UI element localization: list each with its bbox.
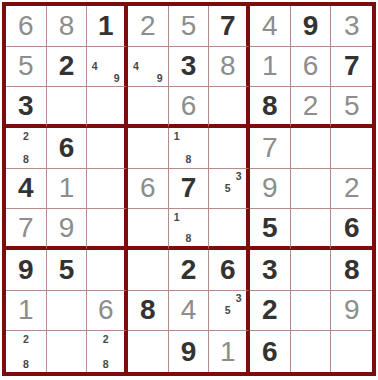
- given-digit: 9: [169, 331, 209, 372]
- cell-r1c5[interactable]: 5: [169, 6, 210, 47]
- cell-r8c3[interactable]: 6: [87, 291, 128, 332]
- cell-r5c7[interactable]: 9: [250, 169, 291, 210]
- cell-r9c7[interactable]: 6: [250, 331, 291, 372]
- cell-r3c2[interactable]: [47, 87, 88, 128]
- given-digit: 2: [169, 250, 209, 290]
- cell-r2c3[interactable]: 49: [87, 47, 128, 88]
- cell-r8c1[interactable]: 1: [6, 291, 47, 332]
- given-digit: 7: [169, 169, 209, 209]
- cell-r8c4[interactable]: 8: [128, 291, 169, 332]
- pencil-marks: 28: [8, 130, 44, 166]
- cell-r2c2[interactable]: 2: [47, 47, 88, 88]
- cell-r3c6[interactable]: [209, 87, 250, 128]
- pencil-mark: 2: [20, 130, 32, 142]
- entered-digit: 6: [169, 87, 209, 124]
- cell-r8c7[interactable]: 2: [250, 291, 291, 332]
- cell-r4c9[interactable]: [331, 128, 372, 169]
- pencil-mark: 5: [222, 183, 233, 195]
- cell-r2c1[interactable]: 5: [6, 47, 47, 88]
- cell-r4c3[interactable]: [87, 128, 128, 169]
- entered-digit: 9: [331, 291, 372, 331]
- entered-digit: 9: [250, 169, 290, 209]
- cell-r9c3[interactable]: 28: [87, 331, 128, 372]
- pencil-mark: 3: [233, 171, 244, 183]
- cell-r8c2[interactable]: [47, 291, 88, 332]
- entered-digit: 2: [128, 6, 168, 46]
- given-digit: 3: [169, 47, 209, 87]
- cell-r9c1[interactable]: 28: [6, 331, 47, 372]
- cell-r5c1[interactable]: 4: [6, 169, 47, 210]
- pencil-mark: 4: [89, 61, 100, 73]
- cell-r6c8[interactable]: [291, 209, 332, 250]
- cell-r7c9[interactable]: 8: [331, 250, 372, 291]
- given-digit: 9: [291, 6, 331, 46]
- entered-digit: 1: [47, 169, 87, 209]
- cell-r7c6[interactable]: 6: [209, 250, 250, 291]
- given-digit: 8: [128, 291, 168, 331]
- entered-digit: 7: [6, 209, 46, 246]
- cell-r2c7[interactable]: 1: [250, 47, 291, 88]
- entered-digit: 5: [6, 47, 46, 87]
- cell-r9c2[interactable]: [47, 331, 88, 372]
- cell-r1c7[interactable]: 4: [250, 6, 291, 47]
- cell-r7c4[interactable]: [128, 250, 169, 291]
- cell-r6c9[interactable]: 6: [331, 209, 372, 250]
- cell-r1c6[interactable]: 7: [209, 6, 250, 47]
- pencil-mark: 5: [222, 305, 233, 317]
- cell-r5c9[interactable]: 2: [331, 169, 372, 210]
- given-digit: 7: [209, 6, 246, 46]
- cell-r7c2[interactable]: 5: [47, 250, 88, 291]
- cell-r9c5[interactable]: 9: [169, 331, 210, 372]
- pencil-mark: 8: [20, 154, 32, 166]
- entered-digit: 9: [47, 209, 87, 246]
- cell-r3c3[interactable]: [87, 87, 128, 128]
- cell-r6c7[interactable]: 5: [250, 209, 291, 250]
- pencil-mark: 1: [171, 130, 183, 142]
- cell-r4c7[interactable]: 7: [250, 128, 291, 169]
- given-digit: 9: [6, 250, 46, 290]
- given-digit: 4: [6, 169, 46, 209]
- cell-r6c5[interactable]: 18: [169, 209, 210, 250]
- cell-r3c4[interactable]: [128, 87, 169, 128]
- cell-r5c4[interactable]: 6: [128, 169, 169, 210]
- cell-r5c8[interactable]: [291, 169, 332, 210]
- pencil-mark: 4: [130, 61, 142, 73]
- entered-digit: 4: [250, 6, 290, 46]
- cell-r1c3[interactable]: 1: [87, 6, 128, 47]
- pencil-marks: 28: [89, 333, 122, 370]
- cell-r1c9[interactable]: 3: [331, 6, 372, 47]
- pencil-marks: 49: [130, 49, 166, 85]
- pencil-marks: 18: [171, 130, 207, 166]
- cell-r2c9[interactable]: 7: [331, 47, 372, 88]
- entered-digit: 5: [331, 87, 372, 124]
- cell-r8c6[interactable]: 35: [209, 291, 250, 332]
- entered-digit: 7: [250, 128, 290, 168]
- cell-r3c1[interactable]: 3: [6, 87, 47, 128]
- entered-digit: 4: [169, 291, 209, 331]
- entered-digit: 1: [250, 47, 290, 87]
- cell-r3c7[interactable]: 8: [250, 87, 291, 128]
- cell-r1c1[interactable]: 6: [6, 6, 47, 47]
- entered-digit: 6: [128, 169, 168, 209]
- entered-digit: 1: [6, 291, 46, 331]
- cell-r4c6[interactable]: [209, 128, 250, 169]
- pencil-mark: 2: [20, 333, 32, 345]
- given-digit: 6: [250, 331, 290, 372]
- entered-digit: 6: [6, 6, 46, 46]
- cell-r3c5[interactable]: 6: [169, 87, 210, 128]
- cell-r9c6[interactable]: 1: [209, 331, 250, 372]
- pencil-marks: 35: [211, 293, 244, 329]
- given-digit: 5: [250, 209, 290, 246]
- cell-r8c5[interactable]: 4: [169, 291, 210, 332]
- cell-r7c5[interactable]: 2: [169, 250, 210, 291]
- cell-r6c6[interactable]: [209, 209, 250, 250]
- cell-r4c5[interactable]: 18: [169, 128, 210, 169]
- entered-digit: 5: [169, 6, 209, 46]
- cell-r2c5[interactable]: 3: [169, 47, 210, 88]
- cell-r2c8[interactable]: 6: [291, 47, 332, 88]
- cell-r6c2[interactable]: 9: [47, 209, 88, 250]
- cell-r4c1[interactable]: 28: [6, 128, 47, 169]
- cell-r7c8[interactable]: [291, 250, 332, 291]
- cell-r8c8[interactable]: [291, 291, 332, 332]
- cell-r5c5[interactable]: 7: [169, 169, 210, 210]
- entered-digit: 8: [209, 47, 246, 87]
- cell-r1c2[interactable]: 8: [47, 6, 88, 47]
- pencil-mark: 8: [20, 358, 32, 370]
- cell-r8c9[interactable]: 9: [331, 291, 372, 332]
- given-digit: 5: [47, 250, 87, 290]
- given-digit: 1: [87, 6, 124, 46]
- pencil-mark: 8: [183, 233, 195, 244]
- entered-digit: 1: [209, 331, 246, 372]
- cell-r2c4[interactable]: 49: [128, 47, 169, 88]
- cell-r4c4[interactable]: [128, 128, 169, 169]
- entered-digit: 2: [331, 169, 372, 209]
- given-digit: 3: [6, 87, 46, 124]
- given-digit: 6: [47, 128, 87, 168]
- cell-r6c3[interactable]: [87, 209, 128, 250]
- pencil-marks: 28: [8, 333, 44, 370]
- cell-r3c8[interactable]: 2: [291, 87, 332, 128]
- pencil-marks: 35: [211, 171, 244, 207]
- cell-r5c6[interactable]: 35: [209, 169, 250, 210]
- entered-digit: 2: [291, 87, 331, 124]
- given-digit: 2: [47, 47, 87, 87]
- given-digit: 6: [331, 209, 372, 246]
- pencil-marks: 49: [89, 49, 122, 85]
- cell-r1c4[interactable]: 2: [128, 6, 169, 47]
- cell-r6c1[interactable]: 7: [6, 209, 47, 250]
- cell-r2c6[interactable]: 8: [209, 47, 250, 88]
- cell-r7c3[interactable]: [87, 250, 128, 291]
- cell-r6c4[interactable]: [128, 209, 169, 250]
- pencil-mark: 1: [171, 211, 183, 222]
- given-digit: 8: [250, 87, 290, 124]
- pencil-mark: 3: [233, 293, 244, 305]
- given-digit: 6: [209, 250, 246, 290]
- cell-r4c2[interactable]: 6: [47, 128, 88, 169]
- cell-r9c8[interactable]: [291, 331, 332, 372]
- pencil-mark: 8: [100, 358, 111, 370]
- cell-r5c2[interactable]: 1: [47, 169, 88, 210]
- sudoku-board: 6812574935249493816736825286187416735927…: [2, 2, 376, 376]
- given-digit: 8: [331, 250, 372, 290]
- cell-r5c3[interactable]: [87, 169, 128, 210]
- entered-digit: 3: [331, 6, 372, 46]
- pencil-mark: 2: [100, 333, 111, 345]
- given-digit: 2: [250, 291, 290, 331]
- cell-r9c4[interactable]: [128, 331, 169, 372]
- cell-r7c7[interactable]: 3: [250, 250, 291, 291]
- cell-r9c9[interactable]: [331, 331, 372, 372]
- entered-digit: 6: [87, 291, 124, 331]
- given-digit: 7: [331, 47, 372, 87]
- pencil-marks: 18: [171, 211, 207, 244]
- cell-r3c9[interactable]: 5: [331, 87, 372, 128]
- cell-r1c8[interactable]: 9: [291, 6, 332, 47]
- cell-r7c1[interactable]: 9: [6, 250, 47, 291]
- entered-digit: 6: [291, 47, 331, 87]
- pencil-mark: 9: [111, 72, 122, 84]
- pencil-mark: 9: [154, 72, 166, 84]
- pencil-mark: 8: [183, 154, 195, 166]
- given-digit: 3: [250, 250, 290, 290]
- cell-r4c8[interactable]: [291, 128, 332, 169]
- entered-digit: 8: [47, 6, 87, 46]
